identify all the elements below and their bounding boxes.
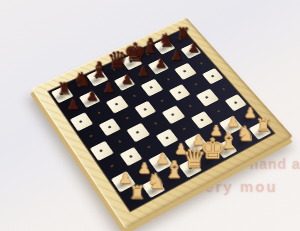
black-queen-d8[interactable]: ♛	[107, 49, 127, 73]
white-rook-a1[interactable]: ♜	[126, 183, 148, 202]
chess-board: ♜♞♝♛♚♝♞♜♟♟♟♟♟♟♟♟♟♟♟♟♟♟♟♟♜♞♝♛♚♝♞♜	[31, 17, 293, 228]
black-rook-a8[interactable]: ♜	[54, 81, 74, 98]
black-pawn-b7[interactable]: ♟	[81, 89, 101, 103]
catalog-photo: e hand a s every mou ♜♞♝♛♚♝♞♜♟♟♟♟♟♟♟♟♟♟♟…	[0, 0, 300, 231]
board-grid: ♜♞♝♛♚♝♞♜♟♟♟♟♟♟♟♟♟♟♟♟♟♟♟♟♜♞♝♛♚♝♞♜	[48, 29, 274, 211]
black-pawn-d7[interactable]: ♟	[117, 72, 137, 86]
black-knight-b8[interactable]: ♞	[72, 69, 92, 89]
black-pawn-a7[interactable]: ♟	[63, 97, 83, 111]
square-a6[interactable]	[67, 110, 95, 133]
black-bishop-c8[interactable]: ♝	[90, 59, 110, 80]
